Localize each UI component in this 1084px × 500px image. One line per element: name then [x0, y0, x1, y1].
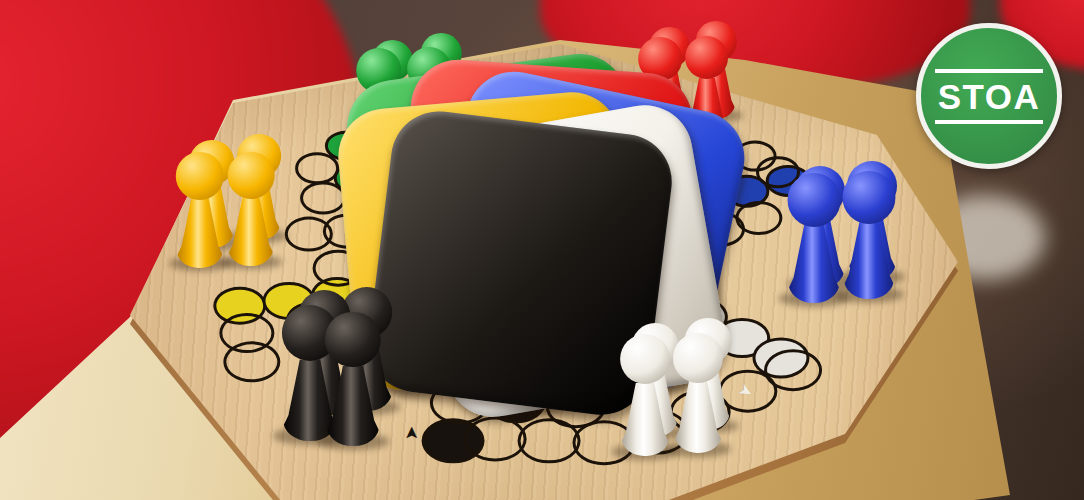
pawn-body — [788, 225, 839, 303]
pawn-body — [177, 198, 223, 268]
yellow-pawn[interactable] — [224, 152, 278, 266]
pawn-head — [325, 312, 380, 367]
black-pawn[interactable] — [322, 312, 385, 446]
stoa-badge: STOA — [916, 23, 1062, 169]
blue-pawn[interactable] — [783, 173, 844, 303]
white-pawn[interactable] — [670, 333, 726, 453]
pawn-head — [620, 334, 670, 384]
pawn-body — [674, 381, 721, 453]
pawn-head — [673, 333, 723, 383]
blue-pawn[interactable] — [839, 171, 899, 299]
scene: ➤➤➤➤ STOA — [0, 0, 1084, 500]
pawn-body — [621, 383, 669, 456]
pawn-head — [843, 171, 896, 224]
yellow-pawn[interactable] — [173, 152, 228, 268]
pawn-body — [327, 366, 380, 446]
pawn-head — [176, 152, 224, 200]
pawn-head — [686, 36, 729, 79]
pawn-body — [844, 222, 895, 299]
stoa-badge-label: STOA — [935, 69, 1044, 124]
pawn-body — [228, 198, 273, 266]
white-pawn[interactable] — [616, 334, 673, 456]
pawn-head — [227, 152, 274, 199]
pawn-head — [787, 173, 841, 227]
